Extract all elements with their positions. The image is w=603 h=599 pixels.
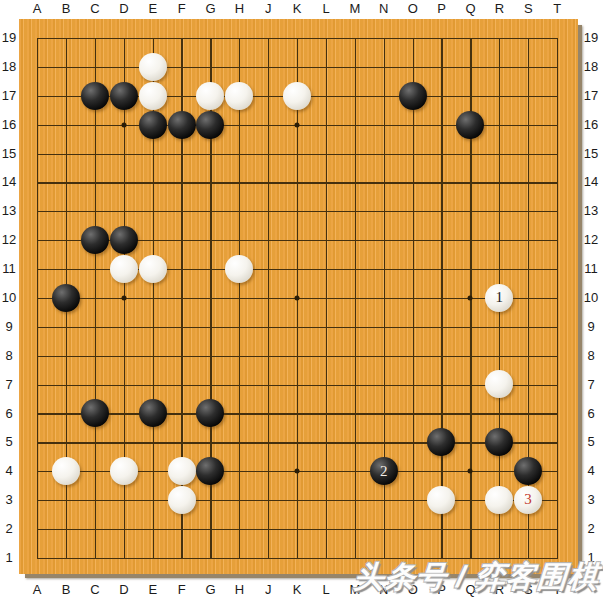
- coord-left-13: 13: [0, 203, 18, 218]
- board-cell-E8: [138, 341, 167, 370]
- board-cell-O13: [398, 197, 427, 226]
- coord-right-10: 10: [581, 290, 601, 305]
- board-cell-E12: [138, 226, 167, 255]
- board-cell-S2: [514, 514, 543, 543]
- board-cell-A9: [23, 312, 52, 341]
- board-cell-Q13: [456, 197, 485, 226]
- white-stone-S3: 3: [514, 486, 542, 514]
- board-cell-B16: [52, 110, 81, 139]
- board-cell-H18: [225, 52, 254, 81]
- board-cell-C6: [81, 399, 110, 428]
- board-cell-S13: [514, 197, 543, 226]
- board-cell-E3: [138, 486, 167, 515]
- board-cell-C12: [81, 226, 110, 255]
- board-cell-C7: [81, 370, 110, 399]
- board-cell-G7: [196, 370, 225, 399]
- board-cell-G16: [196, 110, 225, 139]
- board-cell-B3: [52, 486, 81, 515]
- coord-top-N: N: [374, 1, 394, 16]
- board-cell-A2: [23, 514, 52, 543]
- board-cell-Q15: [456, 139, 485, 168]
- board-cell-H12: [225, 226, 254, 255]
- board-cell-S3: 3: [514, 486, 543, 515]
- board-cell-L17: [312, 81, 341, 110]
- board-cell-C1: [81, 543, 110, 572]
- board-cell-B11: [52, 255, 81, 284]
- coord-right-2: 2: [581, 521, 601, 536]
- board-cell-B14: [52, 168, 81, 197]
- board-cell-K19: [283, 24, 312, 53]
- coord-right-3: 3: [581, 492, 601, 507]
- black-stone-Q16: [456, 111, 484, 139]
- board-cell-M9: [340, 312, 369, 341]
- white-stone-G17: [196, 82, 224, 110]
- board-cell-C11: [81, 255, 110, 284]
- board-cell-H9: [225, 312, 254, 341]
- board-cell-A12: [23, 226, 52, 255]
- board-cell-T2: [543, 514, 572, 543]
- black-stone-G16: [196, 111, 224, 139]
- board-cell-A6: [23, 399, 52, 428]
- board-cell-G6: [196, 399, 225, 428]
- board-cell-P14: [427, 168, 456, 197]
- board-cell-C5: [81, 428, 110, 457]
- board-cell-P8: [427, 341, 456, 370]
- coord-left-17: 17: [0, 88, 18, 103]
- board-cell-D8: [109, 341, 138, 370]
- board-cell-T3: [543, 486, 572, 515]
- board-cell-A5: [23, 428, 52, 457]
- watermark: 头条号 / 弈客围棋: [353, 557, 601, 598]
- white-stone-H17: [225, 82, 253, 110]
- board-cell-M17: [340, 81, 369, 110]
- black-stone-G4: [196, 457, 224, 485]
- board-cell-B6: [52, 399, 81, 428]
- board-cell-Q3: [456, 486, 485, 515]
- board-cell-P11: [427, 255, 456, 284]
- board-cell-H7: [225, 370, 254, 399]
- board-cell-F13: [167, 197, 196, 226]
- board-cell-R17: [485, 81, 514, 110]
- coord-top-H: H: [229, 1, 249, 16]
- board-cell-P6: [427, 399, 456, 428]
- board-cell-O19: [398, 24, 427, 53]
- board-cell-J2: [254, 514, 283, 543]
- board-cell-O10: [398, 283, 427, 312]
- white-stone-P3: [427, 486, 455, 514]
- coord-bottom-K: K: [287, 582, 307, 597]
- board-cell-N11: [369, 255, 398, 284]
- board-cell-E14: [138, 168, 167, 197]
- board-cell-L12: [312, 226, 341, 255]
- board-cell-J4: [254, 457, 283, 486]
- board-cell-T15: [543, 139, 572, 168]
- coord-left-6: 6: [0, 406, 18, 421]
- board-cell-A10: [23, 283, 52, 312]
- white-stone-R7: [485, 370, 513, 398]
- black-stone-C17: [81, 82, 109, 110]
- board-cell-Q17: [456, 81, 485, 110]
- board-cell-N4: 2: [369, 457, 398, 486]
- board-cell-J17: [254, 81, 283, 110]
- coord-top-G: G: [201, 1, 221, 16]
- board-cell-B7: [52, 370, 81, 399]
- board-cell-L6: [312, 399, 341, 428]
- board-cell-K11: [283, 255, 312, 284]
- black-stone-G6: [196, 399, 224, 427]
- coord-right-13: 13: [581, 203, 601, 218]
- board-cell-C9: [81, 312, 110, 341]
- board-cell-M7: [340, 370, 369, 399]
- board-cell-A19: [23, 24, 52, 53]
- coord-top-Q: Q: [460, 1, 480, 16]
- board-cell-A15: [23, 139, 52, 168]
- board-cell-N16: [369, 110, 398, 139]
- board-cell-E19: [138, 24, 167, 53]
- board-cell-B5: [52, 428, 81, 457]
- board-cell-N18: [369, 52, 398, 81]
- board-cell-T14: [543, 168, 572, 197]
- board-cell-K4: [283, 457, 312, 486]
- board-cell-E1: [138, 543, 167, 572]
- board-cell-Q5: [456, 428, 485, 457]
- board-cell-O4: [398, 457, 427, 486]
- board-cell-R18: [485, 52, 514, 81]
- board-cell-C19: [81, 24, 110, 53]
- board-cell-S7: [514, 370, 543, 399]
- board-cell-O2: [398, 514, 427, 543]
- board-cell-K13: [283, 197, 312, 226]
- white-stone-D4: [110, 457, 138, 485]
- board-cell-Q2: [456, 514, 485, 543]
- board-grid: 123: [23, 24, 572, 573]
- board-cell-A1: [23, 543, 52, 572]
- coord-top-J: J: [258, 1, 278, 16]
- board-cell-H19: [225, 24, 254, 53]
- board-cell-S8: [514, 341, 543, 370]
- board-cell-R9: [485, 312, 514, 341]
- board-cell-J9: [254, 312, 283, 341]
- board-cell-T18: [543, 52, 572, 81]
- board-cell-G18: [196, 52, 225, 81]
- board-cell-H3: [225, 486, 254, 515]
- board-cell-H1: [225, 543, 254, 572]
- board-cell-D13: [109, 197, 138, 226]
- board-cell-A13: [23, 197, 52, 226]
- board-cell-O8: [398, 341, 427, 370]
- board-cell-B1: [52, 543, 81, 572]
- board-cell-Q19: [456, 24, 485, 53]
- board-cell-A11: [23, 255, 52, 284]
- board-cell-F19: [167, 24, 196, 53]
- board-cell-C2: [81, 514, 110, 543]
- coord-left-16: 16: [0, 117, 18, 132]
- black-stone-F16: [168, 111, 196, 139]
- board-cell-S9: [514, 312, 543, 341]
- white-stone-E17: [139, 82, 167, 110]
- board-cell-D2: [109, 514, 138, 543]
- coord-bottom-E: E: [143, 582, 163, 597]
- board-cell-A3: [23, 486, 52, 515]
- board-cell-T11: [543, 255, 572, 284]
- board-cell-T9: [543, 312, 572, 341]
- board-cell-K2: [283, 514, 312, 543]
- board-cell-F3: [167, 486, 196, 515]
- coord-top-A: A: [27, 1, 47, 16]
- board-cell-G8: [196, 341, 225, 370]
- board-cell-T19: [543, 24, 572, 53]
- board-cell-D5: [109, 428, 138, 457]
- board-cell-D3: [109, 486, 138, 515]
- board-cell-K3: [283, 486, 312, 515]
- board-cell-G2: [196, 514, 225, 543]
- coord-top-F: F: [172, 1, 192, 16]
- black-stone-O17: [399, 82, 427, 110]
- board-cell-J5: [254, 428, 283, 457]
- board-cell-R16: [485, 110, 514, 139]
- board-cell-D7: [109, 370, 138, 399]
- board-cell-N14: [369, 168, 398, 197]
- board-cell-G11: [196, 255, 225, 284]
- board-cell-B8: [52, 341, 81, 370]
- board-cell-D17: [109, 81, 138, 110]
- board-cell-F17: [167, 81, 196, 110]
- board-cell-T7: [543, 370, 572, 399]
- coord-bottom-D: D: [114, 582, 134, 597]
- board-cell-Q16: [456, 110, 485, 139]
- board-cell-H17: [225, 81, 254, 110]
- go-board: 123: [19, 19, 578, 574]
- board-cell-P9: [427, 312, 456, 341]
- board-cell-T10: [543, 283, 572, 312]
- board-cell-B15: [52, 139, 81, 168]
- board-cell-Q9: [456, 312, 485, 341]
- board-cell-G9: [196, 312, 225, 341]
- board-cell-L8: [312, 341, 341, 370]
- board-cell-G5: [196, 428, 225, 457]
- board-cell-M12: [340, 226, 369, 255]
- board-cell-F4: [167, 457, 196, 486]
- board-cell-E2: [138, 514, 167, 543]
- coord-left-14: 14: [0, 174, 18, 189]
- board-cell-M10: [340, 283, 369, 312]
- board-cell-D11: [109, 255, 138, 284]
- board-cell-E18: [138, 52, 167, 81]
- board-cell-J18: [254, 52, 283, 81]
- board-cell-M2: [340, 514, 369, 543]
- black-stone-R5: [485, 428, 513, 456]
- board-cell-A18: [23, 52, 52, 81]
- board-cell-A16: [23, 110, 52, 139]
- board-cell-H8: [225, 341, 254, 370]
- board-cell-S6: [514, 399, 543, 428]
- board-cell-B18: [52, 52, 81, 81]
- board-cell-R10: 1: [485, 283, 514, 312]
- board-cell-E13: [138, 197, 167, 226]
- board-cell-C16: [81, 110, 110, 139]
- board-cell-J1: [254, 543, 283, 572]
- board-cell-S12: [514, 226, 543, 255]
- board-cell-P15: [427, 139, 456, 168]
- coord-right-12: 12: [581, 232, 601, 247]
- board-cell-R15: [485, 139, 514, 168]
- board-cell-T4: [543, 457, 572, 486]
- board-cell-Q14: [456, 168, 485, 197]
- coord-left-3: 3: [0, 492, 18, 507]
- board-cell-A14: [23, 168, 52, 197]
- board-cell-L10: [312, 283, 341, 312]
- board-cell-T17: [543, 81, 572, 110]
- coord-right-19: 19: [581, 30, 601, 45]
- board-cell-R5: [485, 428, 514, 457]
- board-cell-C15: [81, 139, 110, 168]
- board-cell-R7: [485, 370, 514, 399]
- board-cell-D1: [109, 543, 138, 572]
- board-cell-P19: [427, 24, 456, 53]
- board-cell-C10: [81, 283, 110, 312]
- coord-bottom-A: A: [27, 582, 47, 597]
- board-cell-R4: [485, 457, 514, 486]
- board-cell-D19: [109, 24, 138, 53]
- board-cell-D6: [109, 399, 138, 428]
- white-stone-H11: [225, 255, 253, 283]
- board-cell-O6: [398, 399, 427, 428]
- board-cell-G4: [196, 457, 225, 486]
- board-cell-K6: [283, 399, 312, 428]
- board-cell-N10: [369, 283, 398, 312]
- board-cell-F8: [167, 341, 196, 370]
- board-cell-O9: [398, 312, 427, 341]
- board-cell-D12: [109, 226, 138, 255]
- board-cell-C3: [81, 486, 110, 515]
- coord-bottom-H: H: [229, 582, 249, 597]
- board-cell-R14: [485, 168, 514, 197]
- board-cell-J10: [254, 283, 283, 312]
- coord-right-14: 14: [581, 174, 601, 189]
- board-cell-F1: [167, 543, 196, 572]
- board-cell-J12: [254, 226, 283, 255]
- white-stone-F4: [168, 457, 196, 485]
- board-cell-E10: [138, 283, 167, 312]
- board-cell-P5: [427, 428, 456, 457]
- board-cell-O15: [398, 139, 427, 168]
- board-cell-A8: [23, 341, 52, 370]
- coord-top-S: S: [518, 1, 538, 16]
- board-cell-M5: [340, 428, 369, 457]
- board-cell-L3: [312, 486, 341, 515]
- board-cell-F2: [167, 514, 196, 543]
- board-cell-D15: [109, 139, 138, 168]
- board-cell-M18: [340, 52, 369, 81]
- white-stone-K17: [283, 82, 311, 110]
- board-cell-B10: [52, 283, 81, 312]
- board-cell-F15: [167, 139, 196, 168]
- coord-top-E: E: [143, 1, 163, 16]
- board-cell-H16: [225, 110, 254, 139]
- board-cell-O7: [398, 370, 427, 399]
- coord-top-C: C: [85, 1, 105, 16]
- black-stone-C6: [81, 399, 109, 427]
- coord-right-8: 8: [581, 348, 601, 363]
- board-cell-T5: [543, 428, 572, 457]
- board-cell-M15: [340, 139, 369, 168]
- board-cell-P16: [427, 110, 456, 139]
- board-cell-D4: [109, 457, 138, 486]
- board-cell-H5: [225, 428, 254, 457]
- board-cell-L14: [312, 168, 341, 197]
- board-cell-N8: [369, 341, 398, 370]
- coord-top-M: M: [345, 1, 365, 16]
- board-cell-G15: [196, 139, 225, 168]
- board-cell-P18: [427, 52, 456, 81]
- board-cell-A4: [23, 457, 52, 486]
- black-stone-B10: [52, 284, 80, 312]
- board-cell-N2: [369, 514, 398, 543]
- board-cell-K9: [283, 312, 312, 341]
- board-cell-S11: [514, 255, 543, 284]
- coord-bottom-F: F: [172, 582, 192, 597]
- coord-bottom-B: B: [56, 582, 76, 597]
- board-cell-B9: [52, 312, 81, 341]
- board-cell-D18: [109, 52, 138, 81]
- coord-top-B: B: [56, 1, 76, 16]
- board-cell-J11: [254, 255, 283, 284]
- black-stone-P5: [427, 428, 455, 456]
- coord-right-9: 9: [581, 319, 601, 334]
- board-cell-P10: [427, 283, 456, 312]
- board-cell-R6: [485, 399, 514, 428]
- board-cell-F14: [167, 168, 196, 197]
- board-cell-B2: [52, 514, 81, 543]
- board-cell-J13: [254, 197, 283, 226]
- board-cell-S14: [514, 168, 543, 197]
- board-cell-S10: [514, 283, 543, 312]
- board-cell-B4: [52, 457, 81, 486]
- coord-bottom-J: J: [258, 582, 278, 597]
- board-cell-N6: [369, 399, 398, 428]
- board-cell-Q4: [456, 457, 485, 486]
- board-cell-G17: [196, 81, 225, 110]
- board-cell-C17: [81, 81, 110, 110]
- coord-right-17: 17: [581, 88, 601, 103]
- coord-left-8: 8: [0, 348, 18, 363]
- coord-top-O: O: [403, 1, 423, 16]
- board-cell-F12: [167, 226, 196, 255]
- board-cell-R8: [485, 341, 514, 370]
- board-cell-T13: [543, 197, 572, 226]
- board-cell-E5: [138, 428, 167, 457]
- board-cell-K18: [283, 52, 312, 81]
- board-cell-N17: [369, 81, 398, 110]
- coord-bottom-C: C: [85, 582, 105, 597]
- board-cell-S16: [514, 110, 543, 139]
- board-cell-N5: [369, 428, 398, 457]
- coord-top-R: R: [489, 1, 509, 16]
- board-cell-C8: [81, 341, 110, 370]
- board-cell-G14: [196, 168, 225, 197]
- board-cell-L18: [312, 52, 341, 81]
- board-cell-M13: [340, 197, 369, 226]
- board-cell-F5: [167, 428, 196, 457]
- board-cell-P4: [427, 457, 456, 486]
- board-cell-K8: [283, 341, 312, 370]
- move-number-2: 2: [380, 464, 388, 479]
- board-cell-L11: [312, 255, 341, 284]
- board-cell-K5: [283, 428, 312, 457]
- board-cell-S18: [514, 52, 543, 81]
- black-stone-N4: 2: [370, 457, 398, 485]
- board-cell-L2: [312, 514, 341, 543]
